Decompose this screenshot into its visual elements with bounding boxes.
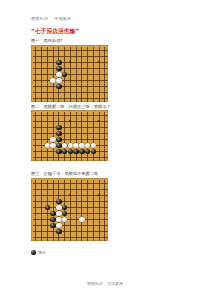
page-footer: 围棋知识，仅供参考 — [0, 281, 210, 286]
black-stone — [45, 205, 50, 210]
diagram-1-caption: 图一、黑先如何? — [31, 38, 63, 43]
black-stone — [56, 60, 61, 65]
black-stone — [62, 72, 67, 77]
white-stone — [79, 217, 84, 222]
black-stone — [68, 149, 73, 154]
diagram-3-caption: 图三、正确下法：黑棋也不要爬二路 — [31, 171, 98, 176]
white-stone — [73, 143, 78, 148]
black-stone — [56, 137, 61, 142]
go-grid-2 — [33, 112, 108, 161]
white-stone — [50, 137, 55, 142]
black-stone — [62, 205, 67, 210]
white-stone — [56, 217, 61, 222]
black-stone — [62, 211, 67, 216]
black-stone — [56, 84, 61, 89]
star-point — [98, 120, 100, 122]
black-stone — [50, 211, 55, 216]
go-grid-1 — [33, 47, 108, 102]
black-stone — [56, 125, 61, 130]
go-grid-3 — [33, 180, 108, 241]
white-stone — [62, 217, 67, 222]
white-stone — [56, 223, 61, 228]
black-stone — [85, 149, 90, 154]
white-stone — [79, 143, 84, 148]
black-stone — [56, 229, 61, 234]
header-right-text: 专项教程 — [54, 16, 71, 21]
white-stone — [56, 72, 61, 77]
legend-label: 黑先 — [39, 250, 47, 255]
white-stone — [56, 78, 61, 83]
black-stone — [73, 149, 78, 154]
board-point — [102, 96, 108, 102]
white-stone — [45, 143, 50, 148]
black-stone — [91, 149, 96, 154]
board-point — [102, 235, 108, 241]
white-stone — [50, 78, 55, 83]
black-stone — [56, 131, 61, 136]
board-point — [102, 155, 108, 161]
black-stone-icon — [31, 250, 36, 255]
star-point — [98, 194, 100, 196]
white-stone — [56, 211, 61, 216]
black-stone — [62, 149, 67, 154]
white-stone — [68, 143, 73, 148]
star-point — [69, 61, 71, 63]
black-stone — [56, 149, 61, 154]
black-stone — [56, 143, 61, 148]
black-stone — [50, 223, 55, 228]
go-board-diagram-2 — [31, 110, 108, 161]
article-title: “七子沿边活也输” — [31, 27, 79, 36]
black-stone — [56, 66, 61, 71]
star-point — [69, 194, 71, 196]
black-stone — [50, 217, 55, 222]
go-board-diagram-1 — [31, 45, 108, 102]
page-header: 围棋知识专项教程 — [31, 16, 71, 21]
black-stone — [79, 149, 84, 154]
white-stone — [91, 143, 96, 148]
go-board-diagram-3 — [31, 178, 108, 241]
star-point — [98, 61, 100, 63]
star-point — [69, 120, 71, 122]
black-stone — [56, 199, 61, 204]
white-stone — [56, 205, 61, 210]
legend-item: 黑先 — [31, 250, 46, 255]
diagram-2-caption: 图二、黑棋爬二路，白棋压三路，黑棋活了 — [31, 104, 111, 109]
white-stone — [50, 143, 55, 148]
white-stone — [85, 143, 90, 148]
document-page: { "game": "go", "page": { "header_left":… — [0, 0, 210, 297]
header-left-text: 围棋知识 — [31, 16, 48, 21]
white-stone — [62, 143, 67, 148]
